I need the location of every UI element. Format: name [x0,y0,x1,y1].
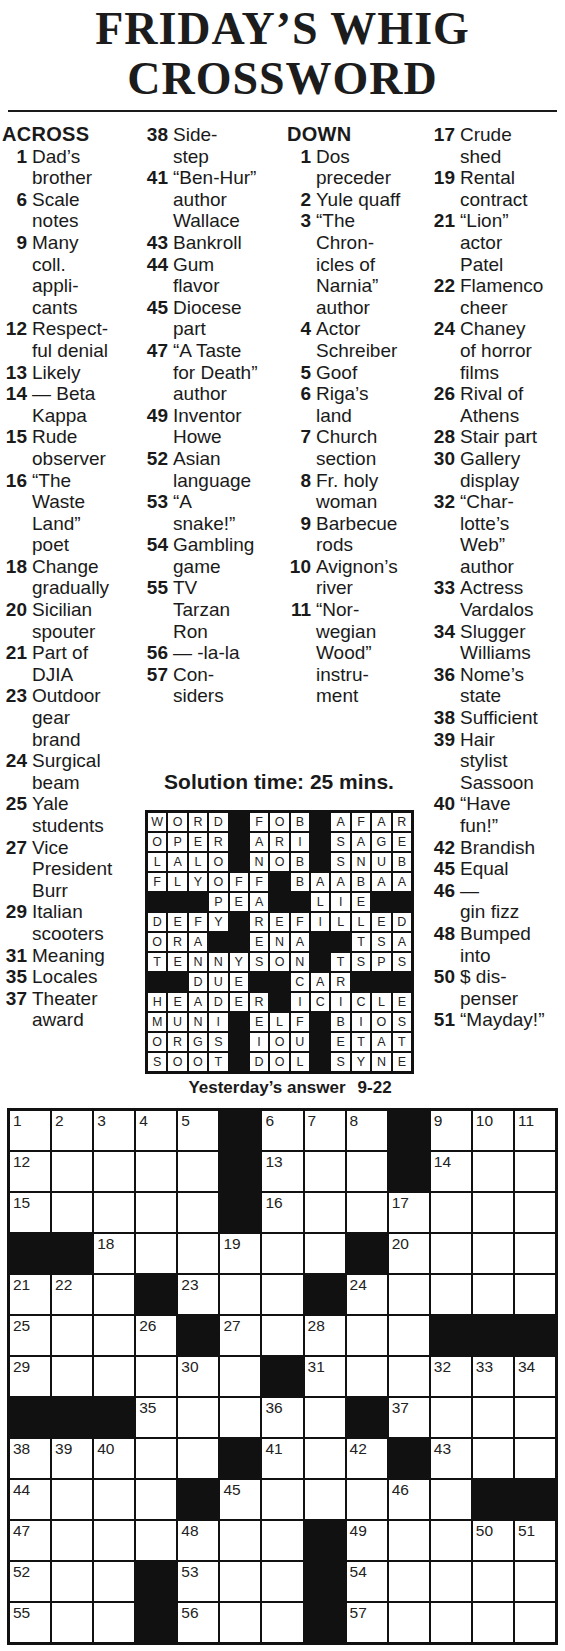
puzzle-cell[interactable] [346,1315,388,1356]
puzzle-cell[interactable]: 52 [9,1561,51,1602]
puzzle-cell[interactable]: 42 [346,1438,388,1479]
puzzle-cell[interactable] [219,1397,261,1438]
puzzle-cell[interactable]: 24 [346,1274,388,1315]
puzzle-cell[interactable] [430,1397,472,1438]
puzzle-cell[interactable] [135,1151,177,1192]
puzzle-cell[interactable] [388,1274,430,1315]
clue-text: “The Waste Land” poet [32,470,138,556]
cell-number: 54 [350,1562,367,1581]
puzzle-cell[interactable] [261,1561,303,1602]
puzzle-cell[interactable]: 17 [388,1192,430,1233]
clue-text: — gin fizz [460,880,565,923]
clue: 18Change gradually [2,556,138,599]
puzzle-cell[interactable] [135,1192,177,1233]
puzzle-black-cell [177,1479,219,1520]
puzzle-cell[interactable] [304,1233,346,1274]
answer-cell: N [249,852,269,872]
title-line-2: CROSSWORD [0,54,565,104]
clue: 25Yale students [2,793,138,836]
clue-number: 53 [140,491,173,513]
puzzle-cell[interactable] [135,1479,177,1520]
clue: 43Bankroll [140,232,272,254]
answer-cell: A [371,872,391,892]
clue-number: 33 [424,577,460,599]
puzzle-cell[interactable]: 18 [93,1233,135,1274]
puzzle-cell[interactable]: 15 [9,1192,51,1233]
answer-cell: P [167,832,187,852]
puzzle-cell[interactable] [93,1192,135,1233]
puzzle-black-cell [93,1397,135,1438]
answer-cell: R [392,812,412,832]
puzzle-cell[interactable]: 13 [261,1151,303,1192]
cell-number: 8 [350,1111,359,1130]
puzzle-cell[interactable] [93,1520,135,1561]
puzzle-cell[interactable] [135,1356,177,1397]
puzzle-black-cell [346,1397,388,1438]
puzzle-cell[interactable] [472,1233,514,1274]
puzzle-cell[interactable]: 43 [430,1438,472,1479]
answer-cell: C [351,992,371,1012]
answer-cell: I [208,1012,228,1032]
answer-cell: S [371,932,391,952]
puzzle-cell[interactable] [51,1192,93,1233]
puzzle-cell[interactable] [514,1602,556,1643]
answer-cell: A [392,932,412,952]
puzzle-cell[interactable] [93,1479,135,1520]
puzzle-cell[interactable] [219,1356,261,1397]
answer-cell: L [371,992,391,1012]
puzzle-cell[interactable] [472,1438,514,1479]
answer-cell: E [167,952,187,972]
clue: 51“Mayday!” [424,1009,565,1031]
answer-cell: D [208,992,228,1012]
clue-number: 41 [140,167,173,189]
clue-text: “Nor- wegian Wood” instru- ment [316,599,414,707]
answer-black-cell [351,972,371,992]
puzzle-cell[interactable] [51,1520,93,1561]
puzzle-cell[interactable] [430,1274,472,1315]
clue-number: 21 [2,642,32,664]
clue-text: TV Tarzan Ron [173,577,272,642]
clue-text: Italian scooters [32,901,138,944]
clue-text: Actress Vardalos [460,577,565,620]
cell-number: 22 [55,1275,72,1294]
puzzle-cell[interactable] [177,1397,219,1438]
puzzle-cell[interactable]: 49 [346,1520,388,1561]
puzzle-cell[interactable]: 11 [514,1110,556,1151]
puzzle-cell[interactable]: 28 [304,1315,346,1356]
puzzle-cell[interactable] [93,1602,135,1643]
puzzle-cell[interactable]: 6 [261,1110,303,1151]
answer-cell: A [351,832,371,852]
clue: 44Gum flavor [140,254,272,297]
answer-cell: E [392,832,412,852]
clue-text: Nome’s state [460,664,565,707]
clue-text: Change gradually [32,556,138,599]
puzzle-cell[interactable] [514,1151,556,1192]
clue-text: Part of DJIA [32,642,138,685]
clue: 15Rude observer [2,426,138,469]
answer-black-cell [229,812,249,832]
puzzle-cell[interactable] [430,1520,472,1561]
puzzle-cell[interactable] [261,1233,303,1274]
puzzle-cell[interactable]: 53 [177,1561,219,1602]
answer-cell: O [167,1052,187,1072]
puzzle-cell[interactable] [472,1192,514,1233]
puzzle-cell[interactable] [135,1438,177,1479]
puzzle-cell[interactable] [514,1438,556,1479]
answer-black-cell [269,892,289,912]
cell-number: 5 [181,1111,190,1130]
puzzle-black-cell [177,1315,219,1356]
puzzle-cell[interactable]: 57 [346,1602,388,1643]
puzzle-cell[interactable] [514,1397,556,1438]
puzzle-cell[interactable]: 39 [51,1438,93,1479]
puzzle-cell[interactable] [388,1356,430,1397]
answer-cell: P [371,952,391,972]
puzzle-cell[interactable]: 27 [219,1315,261,1356]
answer-caption: Yesterday’s answer 9-22 [140,1078,440,1098]
puzzle-cell[interactable] [219,1274,261,1315]
puzzle-cell[interactable]: 55 [9,1602,51,1643]
puzzle-cell[interactable] [388,1315,430,1356]
answer-black-cell [249,972,269,992]
cell-number: 45 [223,1480,240,1499]
puzzle-cell[interactable]: 1 [9,1110,51,1151]
answer-cell: W [147,812,167,832]
puzzle-cell[interactable] [135,1233,177,1274]
clue: 9Barbecue rods [278,513,414,556]
clue-text: Rude observer [32,426,138,469]
puzzle-cell[interactable] [261,1479,303,1520]
answer-cell: N [188,1012,208,1032]
clue: 1Dad’s brother [2,146,138,189]
answer-black-cell [371,972,391,992]
puzzle-black-cell [472,1479,514,1520]
answer-cell: D [188,972,208,992]
clue-number: 38 [140,124,173,146]
puzzle-cell[interactable] [388,1602,430,1643]
cell-number: 9 [434,1111,443,1130]
puzzle-cell[interactable]: 3 [93,1110,135,1151]
puzzle-cell[interactable] [346,1356,388,1397]
clue-text: Meaning [32,945,138,967]
answer-cell: E [167,912,187,932]
answer-cell: F [188,912,208,932]
puzzle-cell[interactable]: 2 [51,1110,93,1151]
clue-text: Actor Schreiber [316,318,414,361]
clue: 33Actress Vardalos [424,577,565,620]
puzzle-cell[interactable] [177,1438,219,1479]
answer-black-cell [229,1012,249,1032]
puzzle-cell[interactable] [93,1151,135,1192]
yesterday-answer-grid: WORDFOBAFAROPERARISAGELALONOBSNUBFLYOFFB… [145,810,414,1074]
cell-number: 34 [518,1357,535,1376]
puzzle-cell[interactable]: 36 [261,1397,303,1438]
cell-number: 14 [434,1152,451,1171]
clue: 54Gambling game [140,534,272,577]
puzzle-cell[interactable] [346,1192,388,1233]
puzzle-cell[interactable] [430,1233,472,1274]
puzzle-cell[interactable]: 10 [472,1110,514,1151]
cell-number: 27 [223,1316,240,1335]
puzzle-cell[interactable]: 4 [135,1110,177,1151]
answer-cell: R [188,812,208,832]
clue: 48Bumped into [424,923,565,966]
puzzle-cell[interactable] [388,1561,430,1602]
puzzle-cell[interactable]: 46 [388,1479,430,1520]
clue: 32“Char- lotte’s Web” author [424,491,565,577]
puzzle-cell[interactable] [93,1561,135,1602]
puzzle-cell[interactable]: 38 [9,1438,51,1479]
puzzle-cell[interactable] [219,1561,261,1602]
puzzle-cell[interactable] [261,1274,303,1315]
answer-black-cell [269,872,289,892]
puzzle-cell[interactable]: 34 [514,1356,556,1397]
puzzle-cell[interactable]: 25 [9,1315,51,1356]
answer-cell: L [269,1012,289,1032]
puzzle-cell[interactable] [430,1602,472,1643]
down-header: DOWN [278,124,414,146]
answer-cell: A [392,872,412,892]
crossword-page: { "game": "crossword", "grid_size": 13, … [0,0,565,1651]
answer-cell: L [167,872,187,892]
answer-black-cell [310,1032,330,1052]
puzzle-cell[interactable] [51,1151,93,1192]
answer-black-cell [229,912,249,932]
puzzle-cell[interactable]: 29 [9,1356,51,1397]
clue-number: 6 [2,189,32,211]
puzzle-cell[interactable]: 7 [304,1110,346,1151]
puzzle-cell[interactable]: 14 [430,1151,472,1192]
clue: 6Scale notes [2,189,138,232]
puzzle-black-cell [261,1356,303,1397]
clue: 38Side- step [140,124,272,167]
answer-cell: O [208,852,228,872]
puzzle-cell[interactable] [219,1602,261,1643]
answer-black-cell [147,972,167,992]
puzzle-cell[interactable] [261,1520,303,1561]
answer-cell: O [167,812,187,832]
puzzle-cell[interactable] [514,1192,556,1233]
answer-cell: U [371,852,391,872]
answer-cell: E [371,912,391,932]
clue: 45Diocese part [140,297,272,340]
puzzle-cell[interactable] [430,1561,472,1602]
answer-black-cell [310,852,330,872]
puzzle-cell[interactable]: 41 [261,1438,303,1479]
puzzle-black-cell [219,1110,261,1151]
puzzle-cell[interactable] [51,1356,93,1397]
clue-number: 28 [424,426,460,448]
puzzle-cell[interactable]: 48 [177,1520,219,1561]
answer-black-cell [310,832,330,852]
answer-cell: U [208,972,228,992]
clue-number: 43 [140,232,173,254]
title-divider [8,110,557,112]
puzzle-black-cell [51,1233,93,1274]
puzzle-cell[interactable] [304,1438,346,1479]
clue-text: Sicilian spouter [32,599,138,642]
puzzle-cell[interactable] [472,1397,514,1438]
answer-cell: G [188,1032,208,1052]
puzzle-cell[interactable] [261,1315,303,1356]
clue: 7Church section [278,426,414,469]
clue: 46— gin fizz [424,880,565,923]
puzzle-cell[interactable] [388,1520,430,1561]
clue: 13Likely [2,362,138,384]
puzzle-cell[interactable]: 56 [177,1602,219,1643]
down-clue-list-1: 1Dos preceder2Yule quaff3“The Chron- icl… [278,146,414,707]
puzzle-black-cell [304,1274,346,1315]
clue-number: 30 [424,448,460,470]
down-clue-list-2: 17Crude shed19Rental contract21“Lion” ac… [424,124,565,1031]
clue-number: 2 [278,189,316,211]
puzzle-cell[interactable]: 45 [219,1479,261,1520]
puzzle-cell[interactable]: 33 [472,1356,514,1397]
puzzle-cell[interactable] [51,1315,93,1356]
puzzle-cell[interactable]: 9 [430,1110,472,1151]
answer-cell: L [147,852,167,872]
clue: 53“A snake!” [140,491,272,534]
answer-cell: B [290,872,310,892]
puzzle-cell[interactable]: 40 [93,1438,135,1479]
clue-number: 24 [2,750,32,772]
puzzle-cell[interactable] [430,1192,472,1233]
cell-number: 56 [181,1603,198,1622]
answer-cell: O [208,872,228,892]
puzzle-black-cell [9,1233,51,1274]
clue-text: Chaney of horror films [460,318,565,383]
cell-number: 53 [181,1562,198,1581]
puzzle-cell[interactable] [346,1479,388,1520]
answer-cell: C [310,992,330,1012]
puzzle-cell[interactable] [472,1151,514,1192]
clue-text: Likely [32,362,138,384]
puzzle-cell[interactable] [472,1274,514,1315]
puzzle-cell[interactable]: 47 [9,1520,51,1561]
puzzle-cell[interactable]: 22 [51,1274,93,1315]
puzzle-cell[interactable]: 19 [219,1233,261,1274]
answer-black-cell [269,992,289,1012]
cell-number: 7 [308,1111,317,1130]
puzzle-cell[interactable]: 44 [9,1479,51,1520]
cell-number: 35 [139,1398,156,1417]
puzzle-cell[interactable]: 16 [261,1192,303,1233]
clue-text: Flamenco cheer [460,275,565,318]
puzzle-cell[interactable]: 37 [388,1397,430,1438]
puzzle-cell[interactable] [135,1520,177,1561]
answer-cell: Y [208,912,228,932]
answer-black-cell [392,892,412,912]
puzzle-cell[interactable] [514,1233,556,1274]
puzzle-black-cell [135,1602,177,1643]
cell-number: 1 [13,1111,22,1130]
puzzle-cell[interactable] [430,1479,472,1520]
answer-black-cell [290,892,310,912]
puzzle-cell[interactable]: 20 [388,1233,430,1274]
puzzle-cell[interactable]: 8 [346,1110,388,1151]
puzzle-cell[interactable] [304,1192,346,1233]
puzzle-cell[interactable] [261,1602,303,1643]
puzzle-cell[interactable]: 31 [304,1356,346,1397]
puzzle-cell[interactable] [93,1315,135,1356]
answer-black-cell [188,892,208,912]
puzzle-black-cell [51,1397,93,1438]
cell-number: 17 [392,1193,409,1212]
puzzle-cell[interactable] [304,1397,346,1438]
puzzle-cell[interactable] [177,1192,219,1233]
puzzle-cell[interactable]: 35 [135,1397,177,1438]
cell-number: 26 [139,1316,156,1335]
puzzle-cell[interactable]: 12 [9,1151,51,1192]
cell-number: 18 [97,1234,114,1253]
puzzle-cell[interactable] [514,1274,556,1315]
clue-text: $ dis- penser [460,966,565,1009]
puzzle-cell[interactable] [93,1356,135,1397]
puzzle-cell[interactable]: 21 [9,1274,51,1315]
clue-number: 56 [140,642,173,664]
puzzle-cell[interactable] [177,1233,219,1274]
cell-number: 25 [13,1316,30,1335]
puzzle-cell[interactable] [219,1520,261,1561]
clue-number: 22 [424,275,460,297]
clue: 29Italian scooters [2,901,138,944]
answer-black-cell [208,932,228,952]
puzzle-cell[interactable] [51,1561,93,1602]
answer-cell: S [351,952,371,972]
puzzle-cell[interactable]: 51 [514,1520,556,1561]
answer-cell: A [330,872,350,892]
puzzle-cell[interactable] [472,1561,514,1602]
clue-number: 1 [2,146,32,168]
puzzle-cell[interactable] [472,1602,514,1643]
puzzle-cell[interactable] [304,1151,346,1192]
clue-text: “Have fun!” [460,793,565,836]
clue: 36Nome’s state [424,664,565,707]
puzzle-cell[interactable]: 32 [430,1356,472,1397]
puzzle-cell[interactable]: 50 [472,1520,514,1561]
clue-text: Locales [32,966,138,988]
puzzle-cell[interactable]: 54 [346,1561,388,1602]
clue-text: Con- siders [173,664,272,707]
puzzle-cell[interactable]: 26 [135,1315,177,1356]
puzzle-cell[interactable]: 30 [177,1356,219,1397]
clue-number: 6 [278,383,316,405]
clue-text: “Char- lotte’s Web” author [460,491,565,577]
puzzle-cell[interactable] [177,1151,219,1192]
puzzle-cell[interactable] [514,1561,556,1602]
puzzle-cell[interactable] [51,1479,93,1520]
cell-number: 15 [13,1193,30,1212]
solution-time-text: Solution time: 25 mins. [138,770,420,794]
answer-cell: Y [188,872,208,892]
puzzle-cell[interactable] [346,1151,388,1192]
puzzle-cell[interactable] [304,1479,346,1520]
clue: 5Goof [278,362,414,384]
answer-cell: S [330,1052,350,1072]
puzzle-cell[interactable]: 5 [177,1110,219,1151]
puzzle-cell[interactable] [51,1602,93,1643]
title-line-1: FRIDAY’S WHIG [0,4,565,54]
puzzle-cell[interactable]: 23 [177,1274,219,1315]
clue-text: Avignon’s river [316,556,414,599]
answer-black-cell [330,932,350,952]
answer-cell: O [269,1052,289,1072]
clue: 22Flamenco cheer [424,275,565,318]
puzzle-cell[interactable] [93,1274,135,1315]
clue-number: 9 [2,232,32,254]
